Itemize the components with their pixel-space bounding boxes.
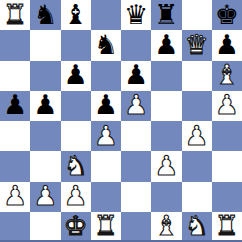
white-pawn[interactable]: ♟ [215,91,239,118]
square-d7[interactable]: ♞ [91,30,121,60]
square-f3[interactable]: ♟ [151,151,181,181]
square-b7[interactable] [30,30,60,60]
square-b1[interactable] [30,212,60,242]
square-e1[interactable] [121,212,151,242]
square-c5[interactable] [61,91,91,121]
square-e6[interactable]: ♟ [121,61,151,91]
square-a4[interactable] [0,121,30,151]
square-f8[interactable]: ♜ [151,0,181,30]
white-pawn[interactable]: ♟ [124,91,148,118]
black-knight[interactable]: ♞ [33,1,57,28]
white-knight[interactable]: ♞ [64,152,88,179]
chess-board: ♜♞♝♛♜♚♞♟♛♟♟♟♝♟♟♟♟♟♟♟♞♟♟♟♟♚♜♝♞♜ [0,0,242,242]
square-g4[interactable]: ♟ [182,121,212,151]
square-h1[interactable]: ♜ [212,212,242,242]
square-d8[interactable] [91,0,121,30]
white-king[interactable]: ♚ [64,212,88,239]
square-f1[interactable]: ♝ [151,212,181,242]
square-h4[interactable] [212,121,242,151]
white-pawn[interactable]: ♟ [185,122,209,149]
square-h7[interactable]: ♟ [212,30,242,60]
square-h5[interactable]: ♟ [212,91,242,121]
square-g2[interactable] [182,182,212,212]
white-rook[interactable]: ♜ [215,212,239,239]
white-knight[interactable]: ♞ [185,212,209,239]
square-d5[interactable]: ♟ [91,91,121,121]
square-f5[interactable] [151,91,181,121]
black-pawn[interactable]: ♟ [94,91,118,118]
square-e5[interactable]: ♟ [121,91,151,121]
black-pawn[interactable]: ♟ [3,91,27,118]
black-pawn[interactable]: ♟ [33,91,57,118]
square-a5[interactable]: ♟ [0,91,30,121]
white-rook[interactable]: ♜ [3,1,27,28]
square-c1[interactable]: ♚ [61,212,91,242]
white-pawn[interactable]: ♟ [64,182,88,209]
square-c3[interactable]: ♞ [61,151,91,181]
square-c6[interactable]: ♟ [61,61,91,91]
square-d3[interactable] [91,151,121,181]
black-pawn[interactable]: ♟ [64,61,88,88]
square-c4[interactable] [61,121,91,151]
square-c8[interactable]: ♝ [61,0,91,30]
black-pawn[interactable]: ♟ [154,31,178,58]
white-pawn[interactable]: ♟ [3,182,27,209]
white-pawn[interactable]: ♟ [94,122,118,149]
square-d4[interactable]: ♟ [91,121,121,151]
square-f4[interactable] [151,121,181,151]
square-d1[interactable]: ♜ [91,212,121,242]
black-bishop[interactable]: ♝ [64,1,88,28]
black-queen[interactable]: ♛ [124,1,148,28]
black-pawn[interactable]: ♟ [215,31,239,58]
white-rook[interactable]: ♜ [94,212,118,239]
square-e8[interactable]: ♛ [121,0,151,30]
white-bishop[interactable]: ♝ [154,212,178,239]
square-d2[interactable] [91,182,121,212]
square-c2[interactable]: ♟ [61,182,91,212]
black-pawn[interactable]: ♟ [124,61,148,88]
square-h6[interactable]: ♝ [212,61,242,91]
square-e4[interactable] [121,121,151,151]
white-pawn[interactable]: ♟ [33,182,57,209]
square-b2[interactable]: ♟ [30,182,60,212]
white-pawn[interactable]: ♟ [154,152,178,179]
white-queen[interactable]: ♛ [185,31,209,58]
square-g6[interactable] [182,61,212,91]
square-e2[interactable] [121,182,151,212]
black-king[interactable]: ♚ [215,1,239,28]
square-c7[interactable] [61,30,91,60]
square-a8[interactable]: ♜ [0,0,30,30]
square-a6[interactable] [0,61,30,91]
square-g3[interactable] [182,151,212,181]
square-h2[interactable] [212,182,242,212]
square-b3[interactable] [30,151,60,181]
square-b6[interactable] [30,61,60,91]
square-f7[interactable]: ♟ [151,30,181,60]
square-e7[interactable] [121,30,151,60]
square-a1[interactable] [0,212,30,242]
square-b8[interactable]: ♞ [30,0,60,30]
square-g5[interactable] [182,91,212,121]
black-rook[interactable]: ♜ [154,1,178,28]
square-b4[interactable] [30,121,60,151]
square-h3[interactable] [212,151,242,181]
square-e3[interactable] [121,151,151,181]
white-bishop[interactable]: ♝ [215,61,239,88]
square-g8[interactable] [182,0,212,30]
square-g1[interactable]: ♞ [182,212,212,242]
black-knight[interactable]: ♞ [94,31,118,58]
square-a7[interactable] [0,30,30,60]
square-g7[interactable]: ♛ [182,30,212,60]
square-f6[interactable] [151,61,181,91]
square-d6[interactable] [91,61,121,91]
square-h8[interactable]: ♚ [212,0,242,30]
square-a2[interactable]: ♟ [0,182,30,212]
square-f2[interactable] [151,182,181,212]
square-a3[interactable] [0,151,30,181]
square-b5[interactable]: ♟ [30,91,60,121]
